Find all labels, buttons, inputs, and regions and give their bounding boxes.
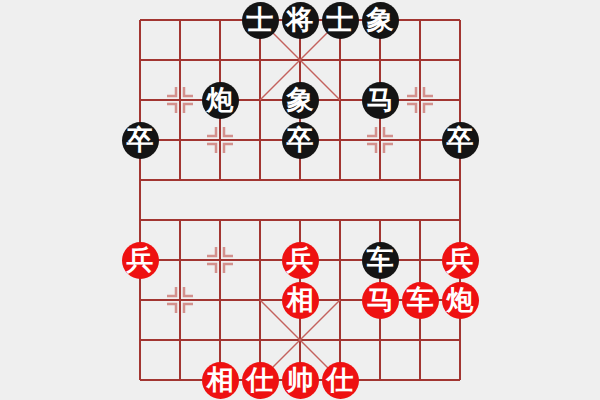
piece-black-advisor[interactable]: 士 [242,2,279,39]
piece-red-cannon[interactable]: 炮 [442,282,479,319]
piece-red-general[interactable]: 帅 [282,362,319,399]
piece-red-horse[interactable]: 马 [362,282,399,319]
xiangqi-board: 士将士象炮象马卒卒卒车兵兵兵相马车炮相仕帅仕 [0,0,600,400]
piece-red-advisor[interactable]: 仕 [242,362,279,399]
piece-black-elephant[interactable]: 象 [282,82,319,119]
piece-red-pawn[interactable]: 兵 [122,242,159,279]
piece-black-horse[interactable]: 马 [362,82,399,119]
piece-red-pawn[interactable]: 兵 [442,242,479,279]
piece-black-pawn[interactable]: 卒 [122,122,159,159]
piece-layer: 士将士象炮象马卒卒卒车兵兵兵相马车炮相仕帅仕 [120,0,480,400]
piece-red-advisor[interactable]: 仕 [322,362,359,399]
piece-red-elephant[interactable]: 相 [282,282,319,319]
piece-black-pawn[interactable]: 卒 [442,122,479,159]
piece-black-pawn[interactable]: 卒 [282,122,319,159]
piece-black-chariot[interactable]: 车 [362,242,399,279]
piece-red-chariot[interactable]: 车 [402,282,439,319]
piece-black-advisor[interactable]: 士 [322,2,359,39]
piece-red-pawn[interactable]: 兵 [282,242,319,279]
piece-red-elephant[interactable]: 相 [202,362,239,399]
piece-black-elephant[interactable]: 象 [362,2,399,39]
piece-black-cannon[interactable]: 炮 [202,82,239,119]
piece-black-general[interactable]: 将 [282,2,319,39]
